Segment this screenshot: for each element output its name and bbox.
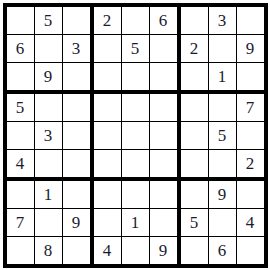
cell-r7c8: 9 [209, 181, 236, 208]
cell-r9c9[interactable] [237, 237, 264, 264]
cell-r8c3: 9 [63, 209, 90, 236]
cell-r6c1: 4 [7, 150, 34, 177]
cell-r5c2: 3 [35, 122, 62, 149]
cell-r3c5[interactable] [122, 63, 149, 90]
cell-r5c5[interactable] [122, 122, 149, 149]
cell-r6c3[interactable] [63, 150, 90, 177]
cell-r3c2: 9 [35, 63, 62, 90]
cell-r9c7[interactable] [181, 237, 208, 264]
cell-r4c2[interactable] [35, 94, 62, 121]
cell-r1c4: 2 [94, 7, 121, 34]
cell-r6c6[interactable] [150, 150, 177, 177]
cell-r4c4[interactable] [94, 94, 121, 121]
cell-r2c8[interactable] [209, 35, 236, 62]
cell-r3c9[interactable] [237, 63, 264, 90]
cell-r2c2[interactable] [35, 35, 62, 62]
cell-r5c4[interactable] [94, 122, 121, 149]
cell-r5c6[interactable] [150, 122, 177, 149]
cell-r1c5[interactable] [122, 7, 149, 34]
cell-r1c7[interactable] [181, 7, 208, 34]
sudoku-box-2: 265 [94, 7, 177, 90]
cell-r7c5[interactable] [122, 181, 149, 208]
cell-r2c5: 5 [122, 35, 149, 62]
cell-r2c9: 9 [237, 35, 264, 62]
sudoku-box-9: 9546 [181, 181, 264, 264]
cell-r9c2: 8 [35, 237, 62, 264]
cell-r6c5[interactable] [122, 150, 149, 177]
cell-r4c9: 7 [237, 94, 264, 121]
cell-r7c1[interactable] [7, 181, 34, 208]
cell-r4c3[interactable] [63, 94, 90, 121]
cell-r6c8[interactable] [209, 150, 236, 177]
cell-r9c4: 4 [94, 237, 121, 264]
cell-r8c5: 1 [122, 209, 149, 236]
cell-r1c8: 3 [209, 7, 236, 34]
sudoku-box-1: 5639 [7, 7, 90, 90]
cell-r4c6[interactable] [150, 94, 177, 121]
cell-r5c7[interactable] [181, 122, 208, 149]
cell-r8c1: 7 [7, 209, 34, 236]
cell-r2c7: 2 [181, 35, 208, 62]
cell-r5c8: 5 [209, 122, 236, 149]
cell-r8c8[interactable] [209, 209, 236, 236]
cell-r3c4[interactable] [94, 63, 121, 90]
cell-r4c1: 5 [7, 94, 34, 121]
cell-r1c1[interactable] [7, 7, 34, 34]
sudoku-box-3: 3291 [181, 7, 264, 90]
cell-r8c6[interactable] [150, 209, 177, 236]
cell-r7c4[interactable] [94, 181, 121, 208]
cell-r8c9: 4 [237, 209, 264, 236]
cell-r8c4[interactable] [94, 209, 121, 236]
cell-r2c6[interactable] [150, 35, 177, 62]
cell-r3c1[interactable] [7, 63, 34, 90]
cell-r6c2[interactable] [35, 150, 62, 177]
cell-r3c8: 1 [209, 63, 236, 90]
cell-r7c9[interactable] [237, 181, 264, 208]
cell-r6c4[interactable] [94, 150, 121, 177]
cell-r4c5[interactable] [122, 94, 149, 121]
cell-r4c7[interactable] [181, 94, 208, 121]
cell-r3c3[interactable] [63, 63, 90, 90]
cell-r7c6[interactable] [150, 181, 177, 208]
cell-r1c9[interactable] [237, 7, 264, 34]
cell-r2c3: 3 [63, 35, 90, 62]
cell-r5c1[interactable] [7, 122, 34, 149]
cell-r9c6: 9 [150, 237, 177, 264]
sudoku-box-6: 752 [181, 94, 264, 177]
cell-r4c8[interactable] [209, 94, 236, 121]
sudoku-box-5 [94, 94, 177, 177]
cell-r9c5[interactable] [122, 237, 149, 264]
cell-r5c9[interactable] [237, 122, 264, 149]
sudoku-box-7: 1798 [7, 181, 90, 264]
cell-r6c9: 2 [237, 150, 264, 177]
cell-r8c2[interactable] [35, 209, 62, 236]
cell-r5c3[interactable] [63, 122, 90, 149]
cell-r9c1[interactable] [7, 237, 34, 264]
cell-r1c3[interactable] [63, 7, 90, 34]
sudoku-page: 5639265329153475217981499546 [0, 0, 270, 270]
cell-r2c1: 6 [7, 35, 34, 62]
cell-r3c7[interactable] [181, 63, 208, 90]
cell-r7c7[interactable] [181, 181, 208, 208]
cell-r7c3[interactable] [63, 181, 90, 208]
cell-r1c6: 6 [150, 7, 177, 34]
cell-r9c8: 6 [209, 237, 236, 264]
sudoku-box-4: 534 [7, 94, 90, 177]
sudoku-board: 5639265329153475217981499546 [3, 3, 268, 268]
cell-r7c2: 1 [35, 181, 62, 208]
cell-r2c4[interactable] [94, 35, 121, 62]
cell-r3c6[interactable] [150, 63, 177, 90]
cell-r9c3[interactable] [63, 237, 90, 264]
cell-r6c7[interactable] [181, 150, 208, 177]
cell-r8c7: 5 [181, 209, 208, 236]
cell-r1c2: 5 [35, 7, 62, 34]
sudoku-box-8: 149 [94, 181, 177, 264]
